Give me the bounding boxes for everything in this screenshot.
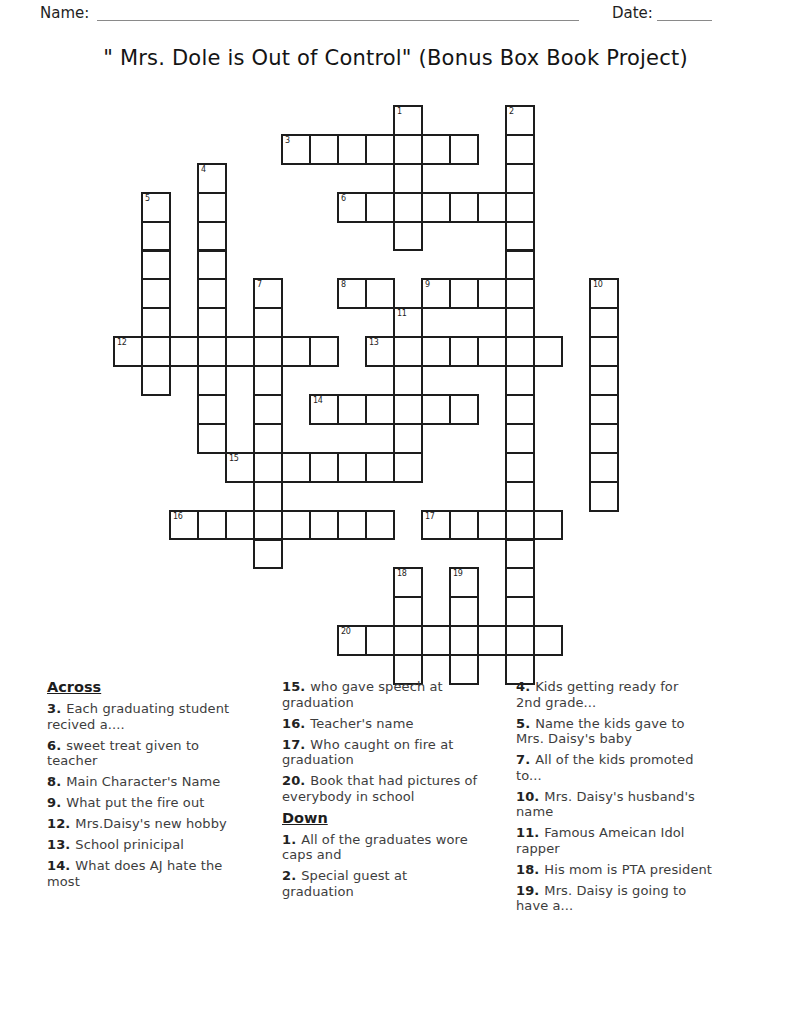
clue-across-6: 6.sweet treat given to teacher [47,738,283,769]
grid-cell-r0c10[interactable]: 1 [393,105,423,136]
clue-text: Book that had pictures of everybody in s… [282,773,477,804]
clue-text: Kids getting ready for 2nd grade... [516,679,678,710]
grid-cell-r3c12[interactable] [449,192,479,223]
clue-number: 4. [516,679,530,694]
clue-text: Famous Ameican Idol rapper [516,825,685,856]
grid-cell-r18c14[interactable] [505,625,535,656]
clue-number: 9. [47,795,61,810]
clue-down-10: 10.Mrs. Daisy's husband's name [516,789,778,820]
cell-number-18: 18 [397,569,407,578]
grid-cell-r7c14[interactable] [505,307,535,338]
grid-cell-r8c14[interactable] [505,336,535,367]
cell-number-17: 17 [425,512,435,521]
grid-cell-r3c13[interactable] [477,192,507,223]
grid-cell-r8c17[interactable] [589,336,619,367]
grid-cell-r3c8[interactable]: 6 [337,192,367,223]
grid-cell-r7c5[interactable] [253,307,283,338]
grid-cell-r12c7[interactable] [309,452,339,483]
cell-number-16: 16 [173,512,183,521]
grid-cell-r18c8[interactable]: 20 [337,625,367,656]
clue-across-9: 9.What put the fire out [47,795,283,811]
grid-cell-r1c6[interactable]: 3 [281,134,311,165]
grid-cell-r8c3[interactable] [197,336,227,367]
grid-cell-r11c10[interactable] [393,423,423,454]
grid-cell-r8c11[interactable] [421,336,451,367]
grid-cell-r16c10[interactable]: 18 [393,567,423,598]
grid-cell-r15c5[interactable] [253,539,283,570]
grid-cell-r17c14[interactable] [505,596,535,627]
grid-cell-r11c14[interactable] [505,423,535,454]
grid-cell-r10c7[interactable]: 14 [309,394,339,425]
grid-cell-r8c4[interactable] [225,336,255,367]
clue-text: Who caught on fire at graduation [282,737,453,768]
grid-cell-r18c11[interactable] [421,625,451,656]
clue-down-2: 2.Special guest at graduation [282,868,516,899]
grid-cell-r14c13[interactable] [477,510,507,541]
grid-cell-r3c14[interactable] [505,192,535,223]
grid-cell-r9c5[interactable] [253,365,283,396]
clue-number: 20. [282,773,305,788]
clue-text: Main Character's Name [66,774,220,789]
cell-number-9: 9 [425,280,430,289]
cell-number-1: 1 [397,107,402,116]
cell-number-14: 14 [313,396,323,405]
clue-column-across: Across3.Each graduating student recived … [47,679,283,895]
cell-number-11: 11 [397,309,407,318]
clue-number: 3. [47,701,61,716]
grid-cell-r10c8[interactable] [337,394,367,425]
clue-across-13: 13.School prinicipal [47,837,283,853]
date-label: Date: [612,4,653,22]
grid-cell-r2c14[interactable] [505,163,535,194]
clue-number: 10. [516,789,539,804]
clue-text: Mrs. Daisy is going to have a... [516,883,686,914]
grid-cell-r7c10[interactable]: 11 [393,307,423,338]
grid-cell-r14c6[interactable] [281,510,311,541]
grid-cell-r9c17[interactable] [589,365,619,396]
grid-cell-r4c3[interactable] [197,221,227,252]
cell-number-5: 5 [145,194,150,203]
worksheet-page: Name: Date: " Mrs. Dole is Out of Contro… [0,0,791,1024]
grid-cell-r17c12[interactable] [449,596,479,627]
clue-across-8: 8.Main Character's Name [47,774,283,790]
date-blank-line[interactable] [657,4,712,21]
grid-cell-r12c9[interactable] [365,452,395,483]
grid-cell-r9c14[interactable] [505,365,535,396]
cell-number-20: 20 [341,627,351,636]
clue-text: Teacher's name [310,716,413,731]
grid-cell-r14c11[interactable]: 17 [421,510,451,541]
grid-cell-r9c10[interactable] [393,365,423,396]
clue-across-15: 15.who gave speech at graduation [282,679,516,710]
grid-cell-r14c7[interactable] [309,510,339,541]
crossword-grid: 1234567891011121314151617181920 [114,106,620,686]
grid-cell-r3c9[interactable] [365,192,395,223]
grid-cell-r6c11[interactable]: 9 [421,278,451,309]
grid-cell-r4c10[interactable] [393,221,423,252]
grid-cell-r12c8[interactable] [337,452,367,483]
grid-cell-r8c7[interactable] [309,336,339,367]
clue-down-1: 1.All of the graduates wore caps and [282,832,516,863]
cell-number-3: 3 [285,136,290,145]
grid-cell-r10c12[interactable] [449,394,479,425]
grid-cell-r6c14[interactable] [505,278,535,309]
clue-down-7: 7.All of the kids promoted to... [516,752,778,783]
grid-cell-r12c14[interactable] [505,452,535,483]
clue-number: 6. [47,738,61,753]
grid-cell-r3c11[interactable] [421,192,451,223]
clue-text: School prinicipal [75,837,184,852]
clue-number: 19. [516,883,539,898]
clue-text: Special guest at graduation [282,868,407,899]
grid-cell-r18c15[interactable] [533,625,563,656]
grid-cell-r8c10[interactable] [393,336,423,367]
grid-cell-r4c14[interactable] [505,221,535,252]
clue-text: What does AJ hate the most [47,858,222,889]
grid-cell-r11c3[interactable] [197,423,227,454]
clue-down-4: 4.Kids getting ready for 2nd grade... [516,679,778,710]
cell-number-15: 15 [229,454,239,463]
clue-across-16: 16.Teacher's name [282,716,516,732]
grid-cell-r6c3[interactable] [197,278,227,309]
grid-cell-r10c17[interactable] [589,394,619,425]
grid-cell-r7c17[interactable] [589,307,619,338]
clue-number: 17. [282,737,305,752]
grid-cell-r4c1[interactable] [141,221,171,252]
clue-text: sweet treat given to teacher [47,738,199,769]
grid-cell-r3c10[interactable] [393,192,423,223]
cell-number-13: 13 [369,338,379,347]
grid-cell-r10c3[interactable] [197,394,227,425]
grid-cell-r18c13[interactable] [477,625,507,656]
clue-text: Name the kids gave to Mrs. Daisy's baby [516,716,685,747]
page-title: " Mrs. Dole is Out of Control" (Bonus Bo… [0,46,791,70]
grid-cell-r12c6[interactable] [281,452,311,483]
grid-cell-r16c14[interactable] [505,567,535,598]
clue-down-18: 18.His mom is PTA president [516,862,778,878]
clue-number: 2. [282,868,296,883]
cell-number-10: 10 [593,280,603,289]
clue-number: 11. [516,825,539,840]
clue-text: Each graduating student recived a.... [47,701,229,732]
clue-across-20: 20.Book that had pictures of everybody i… [282,773,516,804]
grid-cell-r1c7[interactable] [309,134,339,165]
clue-text: His mom is PTA president [544,862,712,877]
clue-down-5: 5.Name the kids gave to Mrs. Daisy's bab… [516,716,778,747]
clue-down-19: 19.Mrs. Daisy is going to have a... [516,883,778,914]
grid-cell-r5c3[interactable] [197,250,227,281]
clue-column-down: 4.Kids getting ready for 2nd grade...5.N… [516,679,778,919]
cell-number-6: 6 [341,194,346,203]
clue-number: 14. [47,858,70,873]
grid-cell-r6c8[interactable]: 8 [337,278,367,309]
grid-cell-r12c5[interactable] [253,452,283,483]
grid-cell-r5c14[interactable] [505,250,535,281]
grid-cell-r13c17[interactable] [589,481,619,512]
grid-cell-r8c6[interactable] [281,336,311,367]
grid-cell-r14c15[interactable] [533,510,563,541]
clue-number: 18. [516,862,539,877]
cell-number-4: 4 [201,165,206,174]
grid-cell-r6c17[interactable]: 10 [589,278,619,309]
grid-cell-r18c9[interactable] [365,625,395,656]
grid-cell-r1c11[interactable] [421,134,451,165]
grid-cell-r8c2[interactable] [169,336,199,367]
grid-cell-r11c17[interactable] [589,423,619,454]
clue-number: 15. [282,679,305,694]
grid-cell-r1c8[interactable] [337,134,367,165]
grid-cell-r10c14[interactable] [505,394,535,425]
clue-text: All of the kids promoted to... [516,752,694,783]
down-heading: Down [282,810,516,826]
grid-cell-r6c12[interactable] [449,278,479,309]
grid-cell-r13c14[interactable] [505,481,535,512]
clue-number: 7. [516,752,530,767]
grid-cell-r0c14[interactable]: 2 [505,105,535,136]
grid-cell-r10c5[interactable] [253,394,283,425]
grid-cell-r7c1[interactable] [141,307,171,338]
clue-number: 1. [282,832,296,847]
clue-text: Mrs. Daisy's husband's name [516,789,695,820]
grid-cell-r13c5[interactable] [253,481,283,512]
grid-cell-r2c3[interactable]: 4 [197,163,227,194]
grid-cell-r14c3[interactable] [197,510,227,541]
clue-text: who gave speech at graduation [282,679,443,710]
grid-cell-r12c4[interactable]: 15 [225,452,255,483]
grid-cell-r11c5[interactable] [253,423,283,454]
grid-cell-r3c3[interactable] [197,192,227,223]
grid-cell-r1c14[interactable] [505,134,535,165]
clue-across-17: 17.Who caught on fire at graduation [282,737,516,768]
grid-cell-r9c3[interactable] [197,365,227,396]
grid-cell-r14c9[interactable] [365,510,395,541]
grid-cell-r14c12[interactable] [449,510,479,541]
clue-text: Mrs.Daisy's new hobby [75,816,227,831]
grid-cell-r6c1[interactable] [141,278,171,309]
grid-cell-r10c9[interactable] [365,394,395,425]
grid-cell-r8c0[interactable]: 12 [113,336,143,367]
grid-cell-r14c8[interactable] [337,510,367,541]
clue-number: 5. [516,716,530,731]
grid-cell-r16c12[interactable]: 19 [449,567,479,598]
grid-cell-r9c1[interactable] [141,365,171,396]
cell-number-12: 12 [117,338,127,347]
grid-cell-r14c5[interactable] [253,510,283,541]
grid-cell-r8c5[interactable] [253,336,283,367]
cell-number-2: 2 [509,107,514,116]
grid-cell-r8c12[interactable] [449,336,479,367]
clue-across-3: 3.Each graduating student recived a.... [47,701,283,732]
grid-cell-r1c9[interactable] [365,134,395,165]
grid-cell-r17c10[interactable] [393,596,423,627]
clue-column-middle: 15.who gave speech at graduation16.Teach… [282,679,516,905]
grid-cell-r6c13[interactable] [477,278,507,309]
clue-number: 12. [47,816,70,831]
cell-number-19: 19 [453,569,463,578]
grid-cell-r1c12[interactable] [449,134,479,165]
grid-cell-r8c9[interactable]: 13 [365,336,395,367]
grid-cell-r2c10[interactable] [393,163,423,194]
clue-across-12: 12.Mrs.Daisy's new hobby [47,816,283,832]
grid-cell-r14c2[interactable]: 16 [169,510,199,541]
grid-cell-r6c5[interactable]: 7 [253,278,283,309]
grid-cell-r10c11[interactable] [421,394,451,425]
grid-cell-r1c10[interactable] [393,134,423,165]
grid-cell-r7c3[interactable] [197,307,227,338]
grid-cell-r15c14[interactable] [505,539,535,570]
name-label: Name: [40,4,89,22]
clue-number: 8. [47,774,61,789]
clue-text: What put the fire out [66,795,204,810]
grid-cell-r8c13[interactable] [477,336,507,367]
grid-cell-r18c12[interactable] [449,625,479,656]
grid-cell-r8c1[interactable] [141,336,171,367]
clue-text: All of the graduates wore caps and [282,832,468,863]
grid-cell-r8c15[interactable] [533,336,563,367]
clue-down-11: 11.Famous Ameican Idol rapper [516,825,778,856]
grid-cell-r12c10[interactable] [393,452,423,483]
grid-cell-r14c14[interactable] [505,510,535,541]
grid-cell-r3c1[interactable]: 5 [141,192,171,223]
across-heading: Across [47,679,283,695]
grid-cell-r18c10[interactable] [393,625,423,656]
cell-number-7: 7 [257,280,262,289]
grid-cell-r12c17[interactable] [589,452,619,483]
grid-cell-r6c9[interactable] [365,278,395,309]
clue-across-14: 14.What does AJ hate the most [47,858,283,889]
clue-number: 13. [47,837,70,852]
name-blank-line[interactable] [97,4,579,21]
grid-cell-r5c1[interactable] [141,250,171,281]
cell-number-8: 8 [341,280,346,289]
grid-cell-r10c10[interactable] [393,394,423,425]
clue-number: 16. [282,716,305,731]
grid-cell-r14c4[interactable] [225,510,255,541]
